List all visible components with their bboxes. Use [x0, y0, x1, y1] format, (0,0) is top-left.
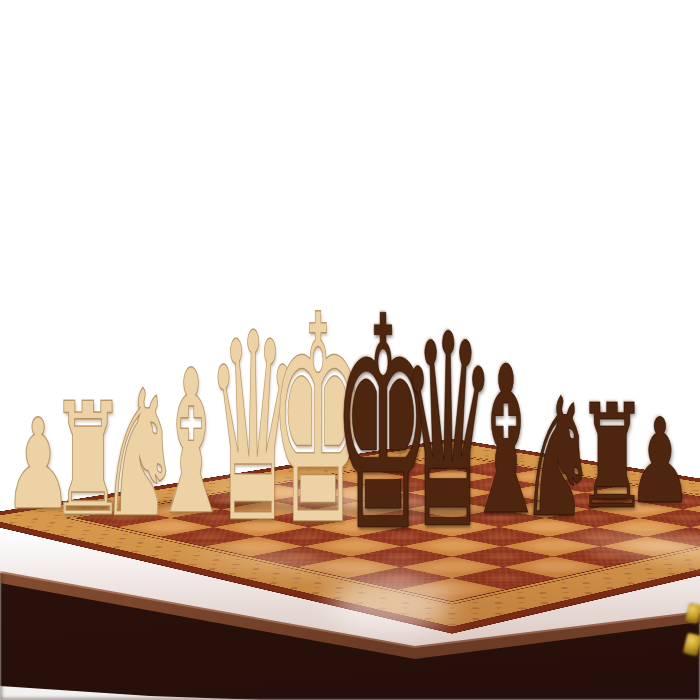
black-pawn: ♟ — [627, 403, 692, 520]
chess-set-photo: ♟♜♞♝♛♚♚♛♝♞♜♟ — [0, 0, 700, 700]
pieces-row: ♟♜♞♝♛♚♚♛♝♞♜♟ — [0, 0, 700, 700]
